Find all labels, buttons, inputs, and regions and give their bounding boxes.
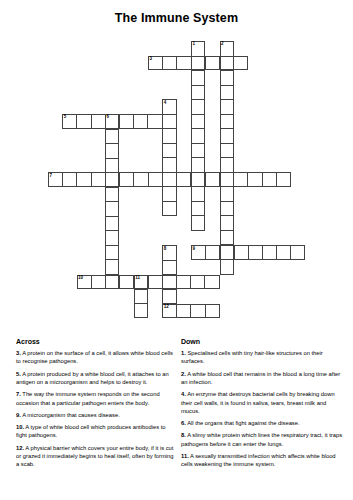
cell-r4-c10[interactable] [192,99,204,114]
cell-r18-c10[interactable] [190,305,204,318]
cell-r16-c8[interactable] [162,276,176,289]
clue-number-4: 4 [164,101,167,106]
cell-r11-c4[interactable] [106,201,118,216]
cell-r17-c8[interactable] [163,289,175,303]
cell-r13-c12[interactable] [221,230,233,245]
across-clue-list: 3. A protein on the surface of a cell, i… [16,349,176,469]
word-6-down [105,114,119,289]
cell-r14-c17[interactable] [290,246,304,259]
cell-r1-c10[interactable] [191,57,205,70]
word-10-across [77,275,220,290]
cell-r5-c6[interactable] [133,115,147,128]
cell-r5-c5[interactable] [119,115,133,128]
cell-r11-c8[interactable] [163,201,175,215]
cell-r10-c4[interactable] [106,187,118,202]
down-header: Down [181,338,344,345]
clue-9-across: 9. A microorganism that causes disease. [16,411,176,419]
cell-r9-c2[interactable] [76,173,90,186]
cell-r15-c12[interactable] [221,259,233,274]
cell-r18-c6[interactable] [135,303,147,317]
word-3-across [148,56,248,71]
clue-number-2: 2 [221,42,224,47]
word-2-down [220,41,234,275]
cell-r14-c15[interactable] [262,246,276,259]
across-clues-section: Across 3. A protein on the surface of a … [16,338,176,472]
clue-5-across: 5. A protein produced by a white blood c… [16,370,176,387]
cell-r7-c4[interactable] [106,143,118,158]
cell-r7-c12[interactable] [221,143,233,158]
cell-r9-c11[interactable] [205,173,219,186]
cell-r9-c6[interactable] [133,173,147,186]
cell-r5-c8[interactable] [162,115,176,128]
clue-number-9: 9 [192,247,195,252]
cell-r6-c8[interactable] [163,128,175,142]
cell-r10-c8[interactable] [163,186,175,200]
cell-r9-c10[interactable] [190,173,204,186]
clue-number-1: 1 [192,42,195,47]
cell-r8-c4[interactable] [106,158,118,173]
cell-r9-c5[interactable] [119,173,133,186]
clue-number-label: 11. [181,453,189,459]
clue-number-label: 8. [181,432,186,438]
cell-r11-c10[interactable] [192,201,204,216]
cell-r14-c12[interactable] [219,246,233,259]
cell-r9-c16[interactable] [276,173,290,186]
cell-r12-c12[interactable] [221,215,233,230]
down-clue-list: 1. Specialised cells with tiny hair-like… [181,349,344,469]
cell-r16-c10[interactable] [190,276,204,289]
clue-number-label: 12. [16,445,24,451]
clue-number-8: 8 [164,247,167,252]
cell-r18-c11[interactable] [205,305,219,318]
cell-r1-c8[interactable] [162,57,176,70]
cell-r2-c10[interactable] [192,70,204,85]
word-5-across [62,114,176,129]
cell-r12-c10[interactable] [192,215,204,230]
cell-r8-c8[interactable] [163,157,175,171]
clue-number-label: 3. [16,350,21,356]
cell-r8-c12[interactable] [221,157,233,172]
crossword-worksheet: The Immune System 123456789101112 Across… [0,0,353,500]
cell-r14-c4[interactable] [106,245,118,260]
word-7-across [48,172,291,187]
cell-r9-c1[interactable] [62,173,76,186]
cell-r6-c12[interactable] [221,128,233,143]
cell-r5-c10[interactable] [192,114,204,129]
cell-r10-c10[interactable] [192,186,204,201]
cell-r9-c15[interactable] [262,173,276,186]
clue-number-label: 1. [181,350,186,356]
clue-number-label: 2. [181,371,186,377]
cell-r9-c7[interactable] [148,173,162,186]
cell-r16-c7[interactable] [148,276,162,289]
word-11-down [134,275,148,319]
clue-3-across: 3. A protein on the surface of a cell, i… [16,349,176,366]
clue-6-down: 6. All the organs that fight against the… [181,419,344,427]
clue-number-label: 10. [16,424,24,430]
cell-r16-c4[interactable] [105,276,119,289]
cell-r16-c11[interactable] [204,276,218,289]
cell-r18-c9[interactable] [176,305,190,318]
cell-r4-c12[interactable] [221,99,233,114]
cell-r10-c12[interactable] [221,186,233,201]
clue-number-10: 10 [78,276,83,281]
cell-r17-c6[interactable] [135,289,147,303]
clue-1-down: 1. Specialised cells with tiny hair-like… [181,349,344,366]
cell-r9-c13[interactable] [233,173,247,186]
cell-r16-c3[interactable] [91,276,105,289]
clue-number-11: 11 [135,276,140,281]
cell-r9-c3[interactable] [91,173,105,186]
cell-r1-c12[interactable] [219,57,233,70]
cell-r11-c12[interactable] [221,201,233,216]
cell-r14-c11[interactable] [205,246,219,259]
cell-r9-c9[interactable] [176,173,190,186]
clue-11-down: 11. A sexually transmitted infection whi… [181,452,344,469]
cell-r9-c8[interactable] [162,173,176,186]
cell-r14-c14[interactable] [248,246,262,259]
clue-number-label: 5. [16,371,21,377]
cell-r3-c12[interactable] [221,85,233,100]
clue-number-12: 12 [164,305,169,310]
cell-r6-c10[interactable] [192,128,204,143]
across-header: Across [16,338,176,345]
clue-8-down: 8. A slimy white protein which lines the… [181,431,344,448]
cell-r5-c2[interactable] [76,115,90,128]
clue-number-label: 9. [16,412,21,418]
clue-number-7: 7 [49,174,52,179]
cell-r2-c12[interactable] [221,70,233,85]
clue-10-across: 10. A type of white blood cell which pro… [16,423,176,440]
cell-r12-c4[interactable] [106,216,118,231]
cell-r1-c9[interactable] [176,57,190,70]
clue-4-down: 4. An enzyme that destroys bacterial cel… [181,390,344,415]
cell-r5-c7[interactable] [147,115,161,128]
clue-number-label: 7. [16,391,21,397]
cell-r14-c13[interactable] [234,246,248,259]
clue-number-6: 6 [107,115,110,120]
clue-12-across: 12. A physical barrier which covers your… [16,444,176,469]
page-title: The Immune System [0,11,353,25]
cell-r1-c13[interactable] [233,57,247,70]
cell-r5-c3[interactable] [91,115,105,128]
cell-r14-c16[interactable] [276,246,290,259]
clue-number-label: 6. [181,420,186,426]
clue-number-3: 3 [150,57,153,62]
cell-r15-c8[interactable] [163,260,175,274]
crossword-grid: 123456789101112 [48,41,306,319]
cell-r15-c4[interactable] [106,259,118,274]
cell-r5-c12[interactable] [221,114,233,129]
cell-r9-c4[interactable] [105,173,119,186]
cell-r13-c4[interactable] [106,230,118,245]
cell-r16-c5[interactable] [119,276,133,289]
clue-number-label: 4. [181,391,186,397]
cell-r3-c10[interactable] [192,85,204,100]
clue-2-down: 2. A white blood cell that remains in th… [181,370,344,387]
cell-r16-c9[interactable] [176,276,190,289]
cell-r9-c14[interactable] [247,173,261,186]
down-clues-section: Down 1. Specialised cells with tiny hair… [181,338,344,472]
clue-number-5: 5 [64,115,67,120]
clue-7-across: 7. The way the immune system responds on… [16,390,176,407]
cell-r9-c12[interactable] [219,173,233,186]
cell-r8-c10[interactable] [192,157,204,172]
cell-r7-c10[interactable] [192,143,204,158]
word-12-across [162,304,219,319]
word-9-across [191,245,305,260]
cell-r1-c11[interactable] [205,57,219,70]
cell-r6-c4[interactable] [106,129,118,144]
cell-r7-c8[interactable] [163,143,175,157]
